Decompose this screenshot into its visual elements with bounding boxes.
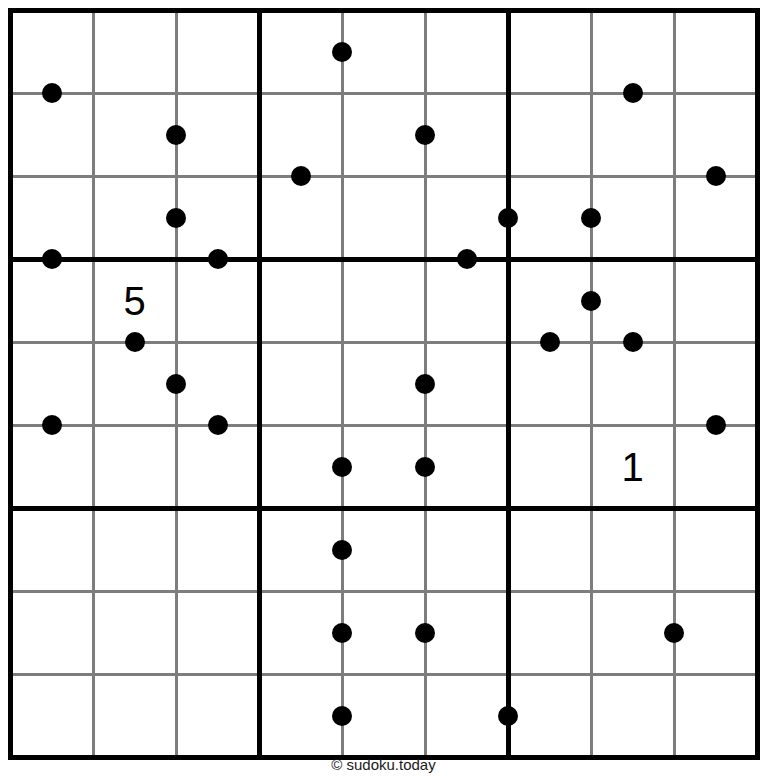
grid-line-vertical	[755, 8, 760, 760]
kropki-dot	[498, 706, 518, 726]
sudoku-cell[interactable]	[93, 342, 176, 425]
sudoku-cell[interactable]	[259, 508, 342, 591]
sudoku-cell[interactable]	[93, 508, 176, 591]
sudoku-cell[interactable]	[176, 674, 259, 757]
sudoku-cell[interactable]	[176, 342, 259, 425]
sudoku-cell[interactable]	[591, 591, 674, 674]
kropki-dot	[332, 42, 352, 62]
sudoku-cell[interactable]	[176, 259, 259, 342]
kropki-dot	[166, 125, 186, 145]
sudoku-cell[interactable]	[342, 10, 425, 93]
sudoku-cell[interactable]	[342, 591, 425, 674]
grid-line-vertical	[341, 8, 344, 760]
kropki-dot	[498, 208, 518, 228]
sudoku-cell[interactable]	[259, 425, 342, 508]
kropki-dot	[415, 457, 435, 477]
grid-line-horizontal	[8, 8, 760, 13]
sudoku-cell[interactable]	[342, 259, 425, 342]
grid-line-vertical	[257, 8, 262, 760]
kropki-dot	[457, 249, 477, 269]
given-digit: 1	[621, 447, 643, 487]
kropki-dot	[623, 83, 643, 103]
grid-line-vertical	[673, 8, 676, 760]
kropki-dot	[664, 623, 684, 643]
sudoku-cell[interactable]	[10, 508, 93, 591]
sudoku-cell[interactable]	[93, 425, 176, 508]
sudoku-cell[interactable]	[508, 259, 591, 342]
kropki-dot	[125, 332, 145, 352]
sudoku-cell[interactable]	[425, 508, 508, 591]
sudoku-cell[interactable]	[342, 508, 425, 591]
kropki-dot	[706, 415, 726, 435]
grid-line-horizontal	[8, 257, 760, 262]
sudoku-cell[interactable]	[342, 342, 425, 425]
sudoku-cell[interactable]	[93, 93, 176, 176]
kropki-dot	[332, 706, 352, 726]
sudoku-cell[interactable]	[591, 259, 674, 342]
sudoku-cell[interactable]	[425, 591, 508, 674]
sudoku-cell[interactable]	[425, 93, 508, 176]
sudoku-cell[interactable]	[176, 93, 259, 176]
sudoku-cell[interactable]	[259, 259, 342, 342]
grid-line-horizontal	[8, 175, 760, 178]
grid-line-vertical	[506, 8, 511, 760]
sudoku-cell[interactable]	[425, 10, 508, 93]
sudoku-cell[interactable]	[93, 591, 176, 674]
kropki-dot	[332, 457, 352, 477]
sudoku-cell[interactable]	[259, 342, 342, 425]
kropki-dot	[581, 291, 601, 311]
sudoku-cell[interactable]	[342, 674, 425, 757]
sudoku-cell[interactable]	[10, 93, 93, 176]
sudoku-cell[interactable]	[259, 674, 342, 757]
sudoku-cell[interactable]	[591, 10, 674, 93]
grid-line-horizontal	[8, 506, 760, 511]
sudoku-board: 51 © sudoku.today	[0, 0, 767, 777]
sudoku-cell[interactable]	[176, 176, 259, 259]
sudoku-cell[interactable]	[674, 591, 757, 674]
sudoku-cell[interactable]	[508, 508, 591, 591]
sudoku-cell[interactable]	[508, 342, 591, 425]
sudoku-cell[interactable]	[10, 176, 93, 259]
sudoku-cell[interactable]	[591, 342, 674, 425]
kropki-dot	[415, 374, 435, 394]
sudoku-cell[interactable]	[674, 93, 757, 176]
sudoku-cell[interactable]	[259, 93, 342, 176]
sudoku-cell[interactable]	[591, 176, 674, 259]
sudoku-cell[interactable]	[10, 591, 93, 674]
sudoku-cell[interactable]	[508, 10, 591, 93]
kropki-dot	[208, 415, 228, 435]
sudoku-cell[interactable]	[508, 176, 591, 259]
sudoku-cell[interactable]	[176, 508, 259, 591]
sudoku-cell[interactable]	[674, 674, 757, 757]
sudoku-cell[interactable]	[425, 674, 508, 757]
grid-line-horizontal	[8, 92, 760, 95]
kropki-dot	[706, 166, 726, 186]
sudoku-cell[interactable]	[259, 176, 342, 259]
kropki-dot	[208, 249, 228, 269]
kropki-dot	[166, 208, 186, 228]
grid-line-horizontal	[8, 673, 760, 676]
credit-text: © sudoku.today	[7, 755, 760, 774]
sudoku-cell[interactable]	[508, 674, 591, 757]
sudoku-cell[interactable]	[674, 259, 757, 342]
kropki-dot	[42, 415, 62, 435]
kropki-dot	[332, 540, 352, 560]
grid-line-horizontal	[8, 341, 760, 344]
sudoku-cell[interactable]	[176, 591, 259, 674]
sudoku-cell[interactable]	[10, 259, 93, 342]
sudoku-cell[interactable]	[591, 93, 674, 176]
sudoku-cell[interactable]	[342, 93, 425, 176]
kropki-dot	[291, 166, 311, 186]
sudoku-cell[interactable]	[508, 591, 591, 674]
kropki-dot	[623, 332, 643, 352]
sudoku-cell[interactable]: 5	[93, 259, 176, 342]
sudoku-cell[interactable]	[425, 342, 508, 425]
sudoku-grid: 51	[10, 10, 757, 757]
grid-line-vertical	[92, 8, 95, 760]
grid-line-horizontal	[8, 424, 760, 427]
sudoku-cell[interactable]	[674, 425, 757, 508]
kropki-dot	[415, 125, 435, 145]
sudoku-cell[interactable]	[259, 591, 342, 674]
grid-line-vertical	[590, 8, 593, 760]
kropki-dot	[581, 208, 601, 228]
grid-line-vertical	[8, 8, 13, 760]
sudoku-cell[interactable]	[10, 10, 93, 93]
sudoku-cell[interactable]	[674, 10, 757, 93]
given-digit: 5	[123, 281, 145, 321]
sudoku-cell[interactable]	[591, 508, 674, 591]
kropki-dot	[415, 623, 435, 643]
sudoku-cell[interactable]	[342, 176, 425, 259]
sudoku-cell[interactable]	[342, 425, 425, 508]
sudoku-cell[interactable]	[176, 425, 259, 508]
sudoku-cell[interactable]	[10, 674, 93, 757]
sudoku-cell[interactable]	[508, 425, 591, 508]
sudoku-cell[interactable]: 1	[591, 425, 674, 508]
sudoku-cell[interactable]	[93, 674, 176, 757]
sudoku-cell[interactable]	[10, 342, 93, 425]
sudoku-cell[interactable]	[674, 342, 757, 425]
sudoku-cell[interactable]	[591, 674, 674, 757]
sudoku-cell[interactable]	[425, 176, 508, 259]
sudoku-cell[interactable]	[176, 10, 259, 93]
kropki-dot	[42, 83, 62, 103]
sudoku-cell[interactable]	[508, 93, 591, 176]
kropki-dot	[332, 623, 352, 643]
grid-line-horizontal	[8, 590, 760, 593]
sudoku-cell[interactable]	[425, 259, 508, 342]
kropki-dot	[540, 332, 560, 352]
sudoku-cell[interactable]	[674, 508, 757, 591]
kropki-dot	[166, 374, 186, 394]
sudoku-cell[interactable]	[425, 425, 508, 508]
sudoku-cell[interactable]	[674, 176, 757, 259]
sudoku-cell[interactable]	[93, 10, 176, 93]
sudoku-cell[interactable]	[259, 10, 342, 93]
sudoku-cell[interactable]	[93, 176, 176, 259]
sudoku-cell[interactable]	[10, 425, 93, 508]
kropki-dot	[42, 249, 62, 269]
